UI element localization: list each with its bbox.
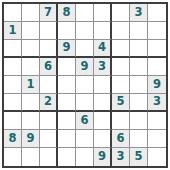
cell-r6c5[interactable] (76, 94, 94, 112)
cell-r5c9: 9 (148, 76, 166, 94)
cell-r2c8[interactable] (130, 22, 148, 40)
cell-r9c3[interactable] (40, 148, 58, 166)
cell-r7c4[interactable] (58, 112, 76, 130)
cell-r7c9[interactable] (148, 112, 166, 130)
cell-r5c7[interactable] (112, 76, 130, 94)
cell-r6c7: 5 (112, 94, 130, 112)
cell-r7c8[interactable] (130, 112, 148, 130)
cell-r6c6[interactable] (94, 94, 112, 112)
cell-r9c8: 5 (130, 148, 148, 166)
cell-r4c4[interactable] (58, 58, 76, 76)
cell-r3c6: 4 (94, 40, 112, 58)
cell-r9c1[interactable] (4, 148, 22, 166)
cell-r6c3: 2 (40, 94, 58, 112)
cell-r9c6: 9 (94, 148, 112, 166)
cell-r7c1[interactable] (4, 112, 22, 130)
cell-r4c7[interactable] (112, 58, 130, 76)
cell-r8c1: 8 (4, 130, 22, 148)
cell-r3c2[interactable] (22, 40, 40, 58)
cell-r8c7: 6 (112, 130, 130, 148)
cell-r2c1: 1 (4, 22, 22, 40)
cell-r8c4[interactable] (58, 130, 76, 148)
cell-r4c3: 6 (40, 58, 58, 76)
cell-r9c7: 3 (112, 148, 130, 166)
cell-r3c9[interactable] (148, 40, 166, 58)
cell-r2c5[interactable] (76, 22, 94, 40)
cell-r7c3[interactable] (40, 112, 58, 130)
cell-r4c9[interactable] (148, 58, 166, 76)
cell-r3c4: 9 (58, 40, 76, 58)
cell-r3c1[interactable] (4, 40, 22, 58)
cell-r9c5[interactable] (76, 148, 94, 166)
cell-r7c2[interactable] (22, 112, 40, 130)
cell-r3c7[interactable] (112, 40, 130, 58)
cell-r6c2[interactable] (22, 94, 40, 112)
cell-r3c5[interactable] (76, 40, 94, 58)
cell-r5c4[interactable] (58, 76, 76, 94)
cell-r1c7[interactable] (112, 4, 130, 22)
cell-r1c6[interactable] (94, 4, 112, 22)
cell-r5c3[interactable] (40, 76, 58, 94)
cell-r4c6: 3 (94, 58, 112, 76)
cell-r7c7[interactable] (112, 112, 130, 130)
cell-r6c8[interactable] (130, 94, 148, 112)
cell-r1c8: 3 (130, 4, 148, 22)
cell-r2c2[interactable] (22, 22, 40, 40)
cell-r9c2[interactable] (22, 148, 40, 166)
cell-r3c8[interactable] (130, 40, 148, 58)
cell-r2c6[interactable] (94, 22, 112, 40)
cell-r8c3[interactable] (40, 130, 58, 148)
cell-r9c9[interactable] (148, 148, 166, 166)
cell-r5c5[interactable] (76, 76, 94, 94)
cell-r5c8[interactable] (130, 76, 148, 94)
cell-r2c7[interactable] (112, 22, 130, 40)
cell-r1c9[interactable] (148, 4, 166, 22)
cell-r7c5: 6 (76, 112, 94, 130)
cell-r4c8[interactable] (130, 58, 148, 76)
cell-r1c5[interactable] (76, 4, 94, 22)
cell-r4c1[interactable] (4, 58, 22, 76)
cell-r6c4[interactable] (58, 94, 76, 112)
sudoku-board: 783194693192536896935 (2, 2, 168, 168)
cell-r1c4: 8 (58, 4, 76, 22)
cell-r1c1[interactable] (4, 4, 22, 22)
cell-r4c2[interactable] (22, 58, 40, 76)
cell-r4c5: 9 (76, 58, 94, 76)
cell-r7c6[interactable] (94, 112, 112, 130)
cell-r8c9[interactable] (148, 130, 166, 148)
sudoku-page: 783194693192536896935 (0, 0, 170, 170)
cell-r2c4[interactable] (58, 22, 76, 40)
cell-r5c1[interactable] (4, 76, 22, 94)
cell-r8c5[interactable] (76, 130, 94, 148)
cell-r2c3[interactable] (40, 22, 58, 40)
cell-r5c2: 1 (22, 76, 40, 94)
cell-r8c6[interactable] (94, 130, 112, 148)
cell-r8c8[interactable] (130, 130, 148, 148)
cell-r3c3[interactable] (40, 40, 58, 58)
cell-r2c9[interactable] (148, 22, 166, 40)
cell-r9c4[interactable] (58, 148, 76, 166)
cell-r1c2[interactable] (22, 4, 40, 22)
cell-r5c6[interactable] (94, 76, 112, 94)
cell-r8c2: 9 (22, 130, 40, 148)
cell-r6c1[interactable] (4, 94, 22, 112)
cell-r6c9: 3 (148, 94, 166, 112)
cell-r1c3: 7 (40, 4, 58, 22)
